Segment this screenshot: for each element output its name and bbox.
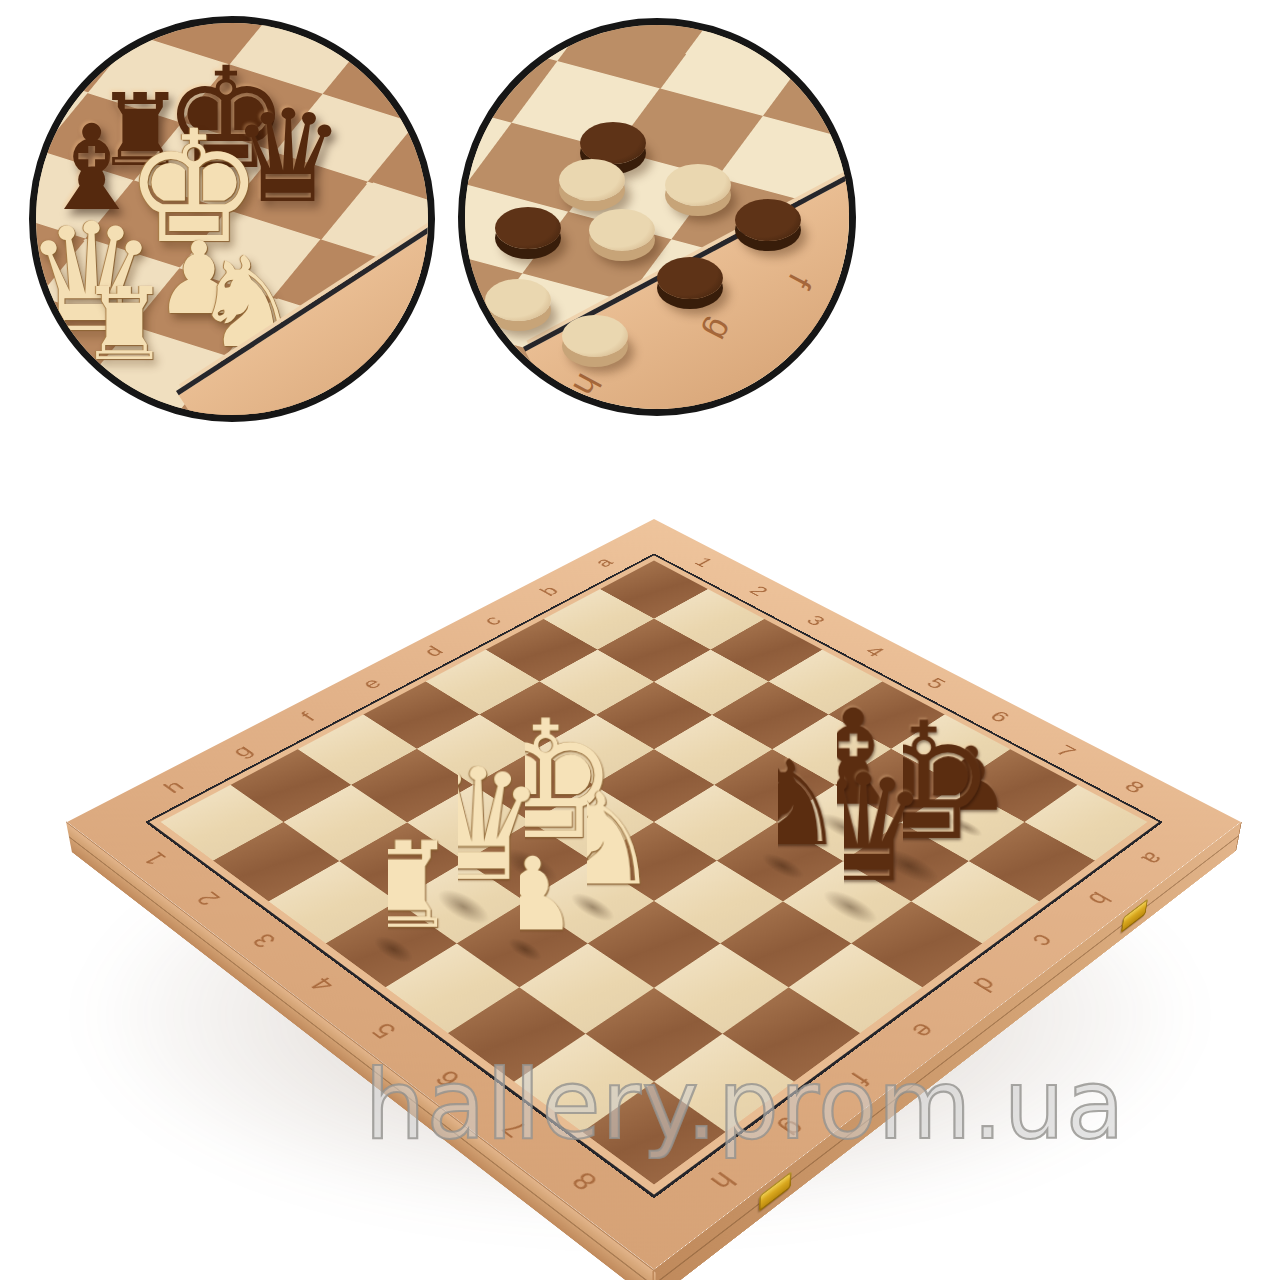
watermark-text: hallery.prom.ua: [365, 1049, 1126, 1161]
checker-disc-light: [665, 164, 731, 206]
product-photo-chess-set: { "game": "chess", "position": "8/1pkq4/…: [0, 0, 1280, 1280]
white-rook-glyph: ♜: [388, 826, 495, 945]
inset-checkers-closeup: hgf: [458, 18, 856, 416]
inset-frame-letter-g: g: [322, 403, 365, 422]
inset-chess-closeup: ♝♜♚♛♛♚♟♞♜ g: [29, 16, 435, 422]
black-queen-glyph: ♛: [844, 755, 977, 903]
checker-disc-light: [559, 159, 625, 201]
checker-disc-dark: [735, 199, 801, 241]
inset-white-piece-glyph: ♜: [79, 275, 169, 375]
checker-disc-light: [562, 315, 628, 357]
white-pawn-glyph: ♟: [519, 844, 610, 945]
checker-disc-light: [485, 279, 551, 321]
checker-disc-dark: [495, 207, 561, 249]
checker-disc-dark: [657, 257, 723, 299]
checker-disc-light: [589, 209, 655, 251]
checker-disc-dark: [580, 122, 646, 164]
